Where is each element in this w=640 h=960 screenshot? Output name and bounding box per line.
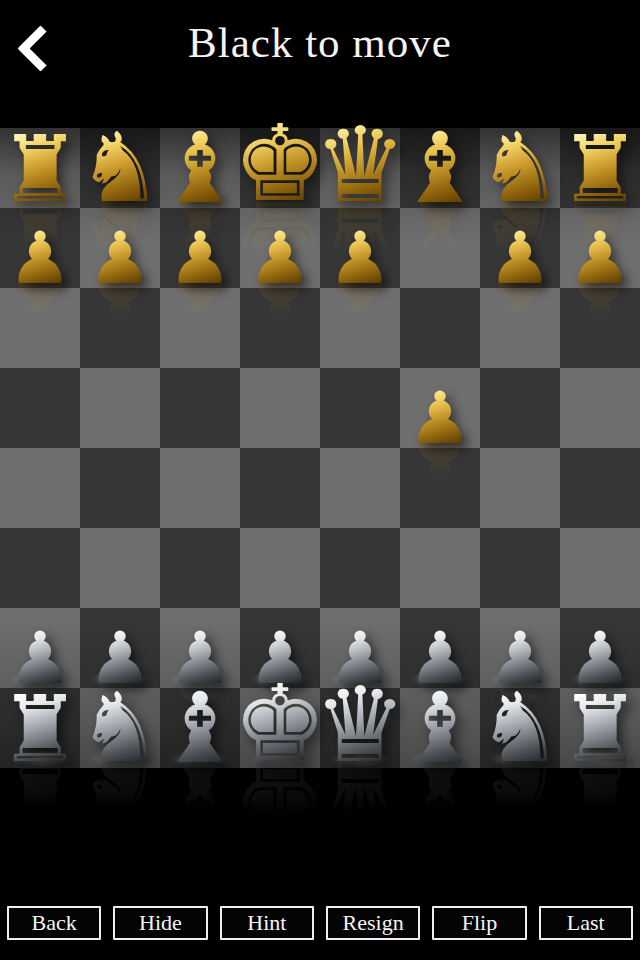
black-knight-g8[interactable]: ♞ [77,691,163,766]
square-g6[interactable] [80,528,160,608]
square-d6[interactable] [320,528,400,608]
square-f5[interactable] [160,448,240,528]
square-a8[interactable]: ♜♜ [560,688,640,768]
square-b5[interactable] [480,448,560,528]
white-pawn-d2[interactable]: ♟ [328,230,393,286]
square-h1[interactable]: ♜♜ [0,128,80,208]
square-g2[interactable]: ♟♟ [80,208,160,288]
white-bishop-f1[interactable]: ♝ [156,130,244,206]
square-c3[interactable] [400,288,480,368]
toolbar-button-last[interactable]: Last [539,906,633,940]
white-pawn-e2[interactable]: ♟ [248,230,313,286]
black-rook-h8[interactable]: ♜ [0,694,81,766]
white-pawn-h2[interactable]: ♟ [8,230,73,286]
white-rook-a1[interactable]: ♜ [559,134,640,206]
square-c6[interactable] [400,528,480,608]
square-e4[interactable] [240,368,320,448]
toolbar-button-resign[interactable]: Resign [326,906,420,940]
black-bishop-c8[interactable]: ♝ [396,690,484,766]
white-rook-h1[interactable]: ♜ [0,134,81,206]
square-a2[interactable]: ♟♟ [560,208,640,288]
toolbar-button-hide[interactable]: Hide [113,906,207,940]
square-e6[interactable] [240,528,320,608]
square-g1[interactable]: ♞♞ [80,128,160,208]
toolbar-button-back[interactable]: Back [7,906,101,940]
square-h4[interactable] [0,368,80,448]
square-d4[interactable] [320,368,400,448]
toolbar-button-hint[interactable]: Hint [220,906,314,940]
square-g4[interactable] [80,368,160,448]
square-c4[interactable]: ♟♟ [400,368,480,448]
black-rook-a8[interactable]: ♜ [559,694,640,766]
chess-board: ♜♜♞♞♝♝♚♚♛♛♝♝♞♞♜♜♟♟♟♟♟♟♟♟♟♟♟♟♟♟♟♟♟♟♟♟♟♟♟♟… [0,128,640,768]
square-c8[interactable]: ♝♝ [400,688,480,768]
square-f8[interactable]: ♝♝ [160,688,240,768]
square-g8[interactable]: ♞♞ [80,688,160,768]
square-h6[interactable] [0,528,80,608]
white-bishop-c1[interactable]: ♝ [396,130,484,206]
square-a5[interactable] [560,448,640,528]
black-knight-b8[interactable]: ♞ [477,691,563,766]
white-pawn-a2[interactable]: ♟ [568,230,633,286]
page-title: Black to move [0,18,640,67]
square-c1[interactable]: ♝♝ [400,128,480,208]
black-bishop-f8[interactable]: ♝ [156,690,244,766]
white-pawn-c4[interactable]: ♟ [408,390,473,446]
square-b1[interactable]: ♞♞ [480,128,560,208]
app-screen: Black to move ♜♜♞♞♝♝♚♚♛♛♝♝♞♞♜♜♟♟♟♟♟♟♟♟♟♟… [0,0,640,960]
white-knight-g1[interactable]: ♞ [77,131,163,206]
square-f1[interactable]: ♝♝ [160,128,240,208]
square-b8[interactable]: ♞♞ [480,688,560,768]
square-f4[interactable] [160,368,240,448]
square-b6[interactable] [480,528,560,608]
square-a1[interactable]: ♜♜ [560,128,640,208]
square-e5[interactable] [240,448,320,528]
white-pawn-g2[interactable]: ♟ [88,230,153,286]
square-h8[interactable]: ♜♜ [0,688,80,768]
square-d5[interactable] [320,448,400,528]
square-d8[interactable]: ♛♛ [320,688,400,768]
square-d2[interactable]: ♟♟ [320,208,400,288]
square-a6[interactable] [560,528,640,608]
square-h2[interactable]: ♟♟ [0,208,80,288]
square-h5[interactable] [0,448,80,528]
white-pawn-f2[interactable]: ♟ [168,230,233,286]
white-pawn-b2[interactable]: ♟ [488,230,553,286]
square-b2[interactable]: ♟♟ [480,208,560,288]
white-queen-d1[interactable]: ♛ [313,125,406,206]
square-d1[interactable]: ♛♛ [320,128,400,208]
toolbar-button-flip[interactable]: Flip [432,906,526,940]
square-a4[interactable] [560,368,640,448]
black-queen-d8[interactable]: ♛ [313,685,406,766]
square-b4[interactable] [480,368,560,448]
square-f2[interactable]: ♟♟ [160,208,240,288]
square-g5[interactable] [80,448,160,528]
square-e1[interactable]: ♚♚ [240,128,320,208]
white-knight-b1[interactable]: ♞ [477,131,563,206]
toolbar: BackHideHintResignFlipLast [0,906,640,940]
square-e8[interactable]: ♚♚ [240,688,320,768]
square-e2[interactable]: ♟♟ [240,208,320,288]
square-f6[interactable] [160,528,240,608]
